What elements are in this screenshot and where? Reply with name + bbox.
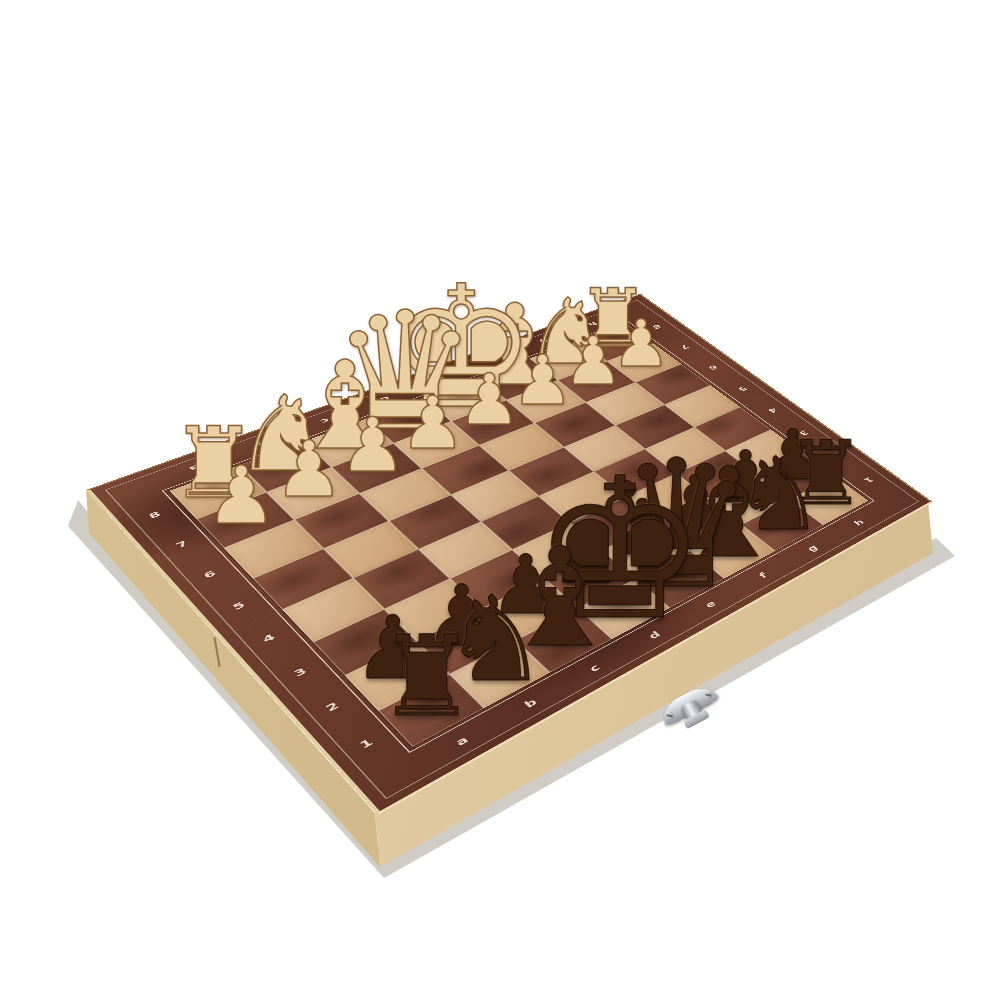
- coord-rank-right-7: 7: [678, 343, 690, 350]
- coord-rank-left-7: 7: [174, 539, 190, 549]
- coord-file-far-f: f: [489, 356, 499, 362]
- coord-rank-left-3: 3: [292, 666, 309, 678]
- coord-rank-right-6: 6: [707, 364, 719, 371]
- coord-file-far-h: h: [586, 321, 598, 327]
- coord-file-far-e: e: [434, 375, 447, 382]
- coord-file-near-f: f: [757, 571, 768, 579]
- coord-rank-right-2: 2: [829, 452, 842, 460]
- coord-file-near-c: c: [588, 663, 602, 674]
- coord-file-near-e: e: [703, 599, 717, 609]
- coord-rank-left-2: 2: [324, 701, 341, 713]
- coord-rank-left-6: 6: [202, 569, 218, 579]
- coord-rank-right-4: 4: [766, 407, 778, 414]
- coord-rank-right-5: 5: [736, 385, 748, 392]
- coord-file-far-c: c: [319, 417, 332, 425]
- coord-rank-left-1: 1: [358, 737, 375, 750]
- coord-file-near-d: d: [647, 630, 662, 641]
- coord-rank-left-8: 8: [147, 510, 163, 520]
- coord-file-near-h: h: [853, 518, 866, 527]
- coord-rank-left-5: 5: [231, 601, 247, 612]
- coord-file-near-a: a: [454, 735, 471, 748]
- coord-rank-right-3: 3: [797, 429, 809, 436]
- coord-file-far-d: d: [378, 395, 392, 403]
- coord-file-far-g: g: [538, 338, 550, 345]
- coord-rank-right-8: 8: [651, 324, 663, 330]
- chess-board-top: aabbccddeeffgghh1122334455667788: [86, 294, 933, 815]
- coord-file-near-g: g: [806, 544, 820, 553]
- product-photo-chess-set: aabbccddeeffgghh1122334455667788 ♜♞♝♛♚♝♞…: [0, 0, 1001, 1001]
- coord-file-far-a: a: [187, 463, 202, 472]
- board-squares: [170, 323, 869, 747]
- coord-file-near-b: b: [523, 697, 540, 709]
- coord-file-far-b: b: [254, 439, 269, 447]
- coord-rank-left-4: 4: [261, 633, 278, 644]
- coord-rank-right-1: 1: [862, 476, 875, 484]
